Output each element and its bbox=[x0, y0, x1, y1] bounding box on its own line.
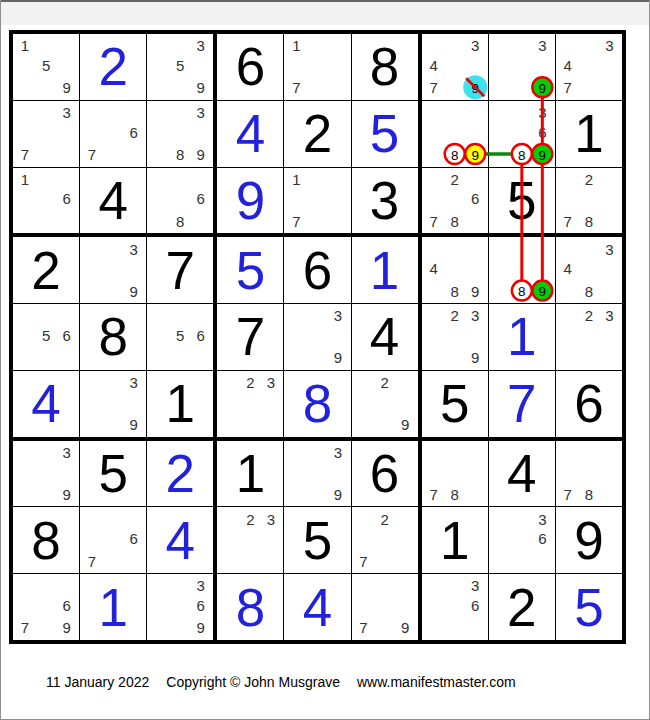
solved-digit: 4 bbox=[13, 371, 79, 437]
given-digit: 6 bbox=[217, 34, 283, 100]
candidate-3: 3 bbox=[267, 511, 275, 526]
candidate-9: 9 bbox=[471, 350, 479, 365]
candidate-4: 4 bbox=[564, 261, 572, 276]
candidate-9: 9 bbox=[197, 620, 205, 635]
candidate-8: 8 bbox=[176, 147, 184, 162]
cell-r1c3[interactable]: 359 bbox=[147, 34, 213, 100]
cell-r4c8[interactable]: 89 bbox=[489, 237, 555, 303]
cell-r1c7[interactable]: 3479 bbox=[422, 34, 488, 100]
cell-r7c3[interactable]: 2 bbox=[147, 441, 213, 507]
candidate-3: 3 bbox=[471, 38, 479, 53]
cell-r9c8[interactable]: 2 bbox=[489, 574, 555, 640]
cell-r8c9[interactable]: 9 bbox=[556, 507, 622, 573]
candidate-8: 8 bbox=[451, 213, 459, 228]
cell-r8c8[interactable]: 36 bbox=[489, 507, 555, 573]
cell-r2c7[interactable]: 89 bbox=[422, 101, 488, 167]
footer-date: 11 January 2022 bbox=[46, 674, 149, 690]
candidate-3: 3 bbox=[334, 444, 342, 459]
candidate-6: 6 bbox=[62, 598, 70, 613]
given-digit: 7 bbox=[147, 237, 213, 303]
cell-r7c9[interactable]: 78 bbox=[556, 441, 622, 507]
candidate-2: 2 bbox=[380, 511, 388, 526]
candidate-3: 3 bbox=[129, 241, 137, 256]
cell-r7c2[interactable]: 5 bbox=[80, 441, 146, 507]
candidate-6: 6 bbox=[538, 531, 546, 546]
candidate-3: 3 bbox=[197, 104, 205, 119]
candidate-9: 9 bbox=[538, 80, 546, 95]
cell-r9c3[interactable]: 369 bbox=[147, 574, 213, 640]
cell-r2c5[interactable]: 2 bbox=[284, 101, 350, 167]
candidate-6: 6 bbox=[197, 328, 205, 343]
candidate-9: 9 bbox=[197, 80, 205, 95]
given-digit: 5 bbox=[422, 371, 488, 437]
cell-r7c1[interactable]: 39 bbox=[13, 441, 79, 507]
candidate-6: 6 bbox=[197, 191, 205, 206]
candidate-7: 7 bbox=[429, 213, 437, 228]
given-digit: 4 bbox=[352, 304, 418, 370]
candidate-3: 3 bbox=[538, 104, 546, 119]
cell-r2c9[interactable]: 1 bbox=[556, 101, 622, 167]
candidate-7: 7 bbox=[21, 620, 29, 635]
candidate-9: 9 bbox=[334, 350, 342, 365]
cell-r6c3[interactable]: 1 bbox=[147, 371, 213, 437]
top-band bbox=[1, 0, 649, 25]
given-digit: 3 bbox=[352, 168, 418, 234]
cell-r4c9[interactable]: 348 bbox=[556, 237, 622, 303]
cell-r3c5[interactable]: 17 bbox=[284, 168, 350, 234]
solved-digit: 2 bbox=[147, 441, 213, 507]
candidate-9: 9 bbox=[129, 417, 137, 432]
cell-r3c6[interactable]: 3 bbox=[352, 168, 418, 234]
candidate-9: 9 bbox=[197, 147, 205, 162]
cell-r8c6[interactable]: 27 bbox=[352, 507, 418, 573]
candidate-9: 9 bbox=[538, 283, 546, 298]
footer-website: www.manifestmaster.com bbox=[357, 674, 516, 690]
cell-r4c4[interactable]: 5 bbox=[217, 237, 283, 303]
candidate-8: 8 bbox=[451, 147, 459, 162]
candidate-3: 3 bbox=[62, 104, 70, 119]
cell-r5c5[interactable]: 39 bbox=[284, 304, 350, 370]
cell-r5c6[interactable]: 4 bbox=[352, 304, 418, 370]
candidate-6: 6 bbox=[62, 191, 70, 206]
cell-r5c9[interactable]: 23 bbox=[556, 304, 622, 370]
candidate-1: 1 bbox=[21, 38, 29, 53]
candidate-8: 8 bbox=[451, 486, 459, 501]
cell-r2c1[interactable]: 37 bbox=[13, 101, 79, 167]
cell-r8c4[interactable]: 23 bbox=[217, 507, 283, 573]
given-digit: 7 bbox=[217, 304, 283, 370]
cell-r2c3[interactable]: 389 bbox=[147, 101, 213, 167]
candidate-7: 7 bbox=[564, 486, 572, 501]
candidate-5: 5 bbox=[176, 57, 184, 72]
solved-digit: 8 bbox=[284, 371, 350, 437]
candidate-7: 7 bbox=[292, 213, 300, 228]
given-digit: 5 bbox=[489, 168, 555, 234]
cell-r2c8[interactable]: 3689 bbox=[489, 101, 555, 167]
cell-r9c9[interactable]: 5 bbox=[556, 574, 622, 640]
candidate-6: 6 bbox=[471, 598, 479, 613]
box-3-1: 395286746791369 bbox=[13, 441, 213, 640]
candidate-2: 2 bbox=[451, 308, 459, 323]
candidate-4: 4 bbox=[564, 57, 572, 72]
cell-r3c4[interactable]: 9 bbox=[217, 168, 283, 234]
box-1-3: 347939347893689126785278 bbox=[422, 34, 622, 233]
solved-digit: 5 bbox=[352, 101, 418, 167]
cell-r6c2[interactable]: 39 bbox=[80, 371, 146, 437]
candidate-7: 7 bbox=[21, 147, 29, 162]
cell-r5c8[interactable]: 1 bbox=[489, 304, 555, 370]
candidate-8: 8 bbox=[585, 486, 593, 501]
cell-r3c1[interactable]: 16 bbox=[13, 168, 79, 234]
candidate-7: 7 bbox=[359, 553, 367, 568]
cell-r5c4[interactable]: 7 bbox=[217, 304, 283, 370]
given-digit: 1 bbox=[217, 441, 283, 507]
box-3-2: 1396235278479 bbox=[217, 441, 417, 640]
given-digit: 8 bbox=[80, 304, 146, 370]
box-2-1: 2397568564391 bbox=[13, 237, 213, 436]
cell-r7c7[interactable]: 78 bbox=[422, 441, 488, 507]
candidate-3: 3 bbox=[605, 241, 613, 256]
cell-r9c2[interactable]: 1 bbox=[80, 574, 146, 640]
page: 1592359376738916468617842591733479393478… bbox=[0, 0, 650, 720]
candidate-2: 2 bbox=[451, 171, 459, 186]
candidate-9: 9 bbox=[401, 620, 409, 635]
given-digit: 2 bbox=[284, 101, 350, 167]
solved-digit: 8 bbox=[217, 574, 283, 640]
box-2-2: 561739423829 bbox=[217, 237, 417, 436]
cell-r4c3[interactable]: 7 bbox=[147, 237, 213, 303]
cell-r3c3[interactable]: 68 bbox=[147, 168, 213, 234]
candidate-7: 7 bbox=[359, 620, 367, 635]
cell-r6c9[interactable]: 6 bbox=[556, 371, 622, 437]
given-digit: 4 bbox=[80, 168, 146, 234]
candidate-3: 3 bbox=[267, 375, 275, 390]
cell-r6c1[interactable]: 4 bbox=[13, 371, 79, 437]
cell-r7c5[interactable]: 39 bbox=[284, 441, 350, 507]
candidate-6: 6 bbox=[129, 531, 137, 546]
candidate-9: 9 bbox=[62, 486, 70, 501]
candidate-7: 7 bbox=[564, 80, 572, 95]
box-1-2: 61784259173 bbox=[217, 34, 417, 233]
cell-r6c6[interactable]: 29 bbox=[352, 371, 418, 437]
cell-r9c7[interactable]: 36 bbox=[422, 574, 488, 640]
cell-r3c8[interactable]: 5 bbox=[489, 168, 555, 234]
candidate-8: 8 bbox=[518, 147, 526, 162]
candidate-6: 6 bbox=[538, 124, 546, 139]
cell-r8c5[interactable]: 5 bbox=[284, 507, 350, 573]
given-digit: 1 bbox=[147, 371, 213, 437]
candidate-3: 3 bbox=[334, 308, 342, 323]
given-digit: 8 bbox=[352, 34, 418, 100]
candidate-3: 3 bbox=[538, 38, 546, 53]
candidate-7: 7 bbox=[88, 553, 96, 568]
candidate-3: 3 bbox=[197, 38, 205, 53]
solved-digit: 7 bbox=[489, 371, 555, 437]
candidate-2: 2 bbox=[585, 171, 593, 186]
candidate-9: 9 bbox=[62, 620, 70, 635]
cell-r1c6[interactable]: 8 bbox=[352, 34, 418, 100]
solved-digit: 4 bbox=[217, 101, 283, 167]
given-digit: 6 bbox=[556, 371, 622, 437]
given-digit: 1 bbox=[422, 507, 488, 573]
box-3-3: 7847813693625 bbox=[422, 441, 622, 640]
candidate-1: 1 bbox=[292, 171, 300, 186]
given-digit: 2 bbox=[13, 237, 79, 303]
cell-r7c4[interactable]: 1 bbox=[217, 441, 283, 507]
cell-r1c9[interactable]: 347 bbox=[556, 34, 622, 100]
given-digit: 5 bbox=[80, 441, 146, 507]
candidate-7: 7 bbox=[564, 213, 572, 228]
cell-r4c2[interactable]: 39 bbox=[80, 237, 146, 303]
solved-digit: 5 bbox=[556, 574, 622, 640]
candidate-1: 1 bbox=[292, 38, 300, 53]
candidate-6: 6 bbox=[197, 598, 205, 613]
candidate-4: 4 bbox=[429, 261, 437, 276]
candidate-9: 9 bbox=[334, 486, 342, 501]
cell-r4c6[interactable]: 1 bbox=[352, 237, 418, 303]
cell-r1c2[interactable]: 2 bbox=[80, 34, 146, 100]
cell-r3c9[interactable]: 278 bbox=[556, 168, 622, 234]
candidate-8: 8 bbox=[585, 283, 593, 298]
cell-r1c1[interactable]: 159 bbox=[13, 34, 79, 100]
candidate-3: 3 bbox=[605, 308, 613, 323]
cell-r1c4[interactable]: 6 bbox=[217, 34, 283, 100]
candidate-3: 3 bbox=[605, 38, 613, 53]
footer-copyright: Copyright © John Musgrave bbox=[166, 674, 340, 690]
cell-r2c4[interactable]: 4 bbox=[217, 101, 283, 167]
cell-r7c8[interactable]: 4 bbox=[489, 441, 555, 507]
candidate-6: 6 bbox=[471, 191, 479, 206]
solved-digit: 4 bbox=[284, 574, 350, 640]
candidate-3: 3 bbox=[471, 578, 479, 593]
cell-r9c4[interactable]: 8 bbox=[217, 574, 283, 640]
cell-r9c5[interactable]: 4 bbox=[284, 574, 350, 640]
cell-r8c1[interactable]: 8 bbox=[13, 507, 79, 573]
cell-r1c5[interactable]: 17 bbox=[284, 34, 350, 100]
candidate-3: 3 bbox=[129, 375, 137, 390]
solved-digit: 4 bbox=[147, 507, 213, 573]
cell-r6c8[interactable]: 7 bbox=[489, 371, 555, 437]
candidate-7: 7 bbox=[292, 80, 300, 95]
cell-r5c3[interactable]: 56 bbox=[147, 304, 213, 370]
given-digit: 4 bbox=[489, 441, 555, 507]
solved-digit: 1 bbox=[489, 304, 555, 370]
candidate-9: 9 bbox=[471, 147, 479, 162]
box-2-3: 48989348239123576 bbox=[422, 237, 622, 436]
cell-r3c2[interactable]: 4 bbox=[80, 168, 146, 234]
given-digit: 6 bbox=[284, 237, 350, 303]
cell-r6c7[interactable]: 5 bbox=[422, 371, 488, 437]
sudoku-board: 1592359376738916468617842591733479393478… bbox=[9, 30, 626, 644]
cell-r5c1[interactable]: 56 bbox=[13, 304, 79, 370]
solved-digit: 9 bbox=[217, 168, 283, 234]
candidate-8: 8 bbox=[176, 213, 184, 228]
given-digit: 5 bbox=[284, 507, 350, 573]
candidate-7: 7 bbox=[429, 80, 437, 95]
cell-r9c6[interactable]: 79 bbox=[352, 574, 418, 640]
cell-r2c6[interactable]: 5 bbox=[352, 101, 418, 167]
box-1-1: 1592359376738916468 bbox=[13, 34, 213, 233]
candidate-2: 2 bbox=[246, 511, 254, 526]
cell-r6c4[interactable]: 23 bbox=[217, 371, 283, 437]
footer: 11 January 2022 Copyright © John Musgrav… bbox=[46, 674, 516, 690]
candidate-5: 5 bbox=[42, 328, 50, 343]
cell-r4c7[interactable]: 489 bbox=[422, 237, 488, 303]
cell-r5c2[interactable]: 8 bbox=[80, 304, 146, 370]
given-digit: 9 bbox=[556, 507, 622, 573]
candidate-3: 3 bbox=[62, 444, 70, 459]
candidate-3: 3 bbox=[471, 308, 479, 323]
candidate-3: 3 bbox=[538, 511, 546, 526]
cell-r2c2[interactable]: 67 bbox=[80, 101, 146, 167]
candidate-9: 9 bbox=[471, 80, 479, 95]
candidate-7: 7 bbox=[429, 486, 437, 501]
candidate-4: 4 bbox=[429, 57, 437, 72]
solved-digit: 5 bbox=[217, 237, 283, 303]
candidate-6: 6 bbox=[62, 328, 70, 343]
cell-r8c2[interactable]: 67 bbox=[80, 507, 146, 573]
cell-r7c6[interactable]: 6 bbox=[352, 441, 418, 507]
cell-r5c7[interactable]: 239 bbox=[422, 304, 488, 370]
cell-r3c7[interactable]: 2678 bbox=[422, 168, 488, 234]
candidate-8: 8 bbox=[518, 283, 526, 298]
cell-r4c1[interactable]: 2 bbox=[13, 237, 79, 303]
candidate-2: 2 bbox=[585, 308, 593, 323]
given-digit: 2 bbox=[489, 574, 555, 640]
candidate-3: 3 bbox=[197, 578, 205, 593]
cell-r9c1[interactable]: 679 bbox=[13, 574, 79, 640]
candidate-9: 9 bbox=[401, 417, 409, 432]
candidate-9: 9 bbox=[129, 283, 137, 298]
solved-digit: 2 bbox=[80, 34, 146, 100]
candidate-5: 5 bbox=[176, 328, 184, 343]
candidate-9: 9 bbox=[471, 283, 479, 298]
solved-digit: 1 bbox=[80, 574, 146, 640]
cell-r6c5[interactable]: 8 bbox=[284, 371, 350, 437]
candidate-7: 7 bbox=[88, 147, 96, 162]
candidate-1: 1 bbox=[21, 171, 29, 186]
candidate-5: 5 bbox=[42, 57, 50, 72]
candidate-2: 2 bbox=[246, 375, 254, 390]
candidate-9: 9 bbox=[538, 147, 546, 162]
candidate-8: 8 bbox=[585, 213, 593, 228]
candidate-9: 9 bbox=[62, 80, 70, 95]
given-digit: 1 bbox=[556, 101, 622, 167]
candidate-6: 6 bbox=[129, 124, 137, 139]
cell-r8c7[interactable]: 1 bbox=[422, 507, 488, 573]
candidate-2: 2 bbox=[380, 375, 388, 390]
given-digit: 8 bbox=[13, 507, 79, 573]
cell-r8c3[interactable]: 4 bbox=[147, 507, 213, 573]
candidate-8: 8 bbox=[451, 283, 459, 298]
solved-digit: 1 bbox=[352, 237, 418, 303]
cell-r1c8[interactable]: 39 bbox=[489, 34, 555, 100]
given-digit: 6 bbox=[352, 441, 418, 507]
cell-r4c5[interactable]: 6 bbox=[284, 237, 350, 303]
